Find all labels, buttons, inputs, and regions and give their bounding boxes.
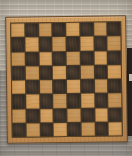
- square-h6: [108, 51, 121, 64]
- square-e8: [66, 23, 79, 36]
- square-h8: [107, 22, 120, 35]
- square-d3: [53, 94, 66, 107]
- square-b4: [26, 80, 39, 93]
- board-grid: [10, 21, 123, 138]
- square-f1: [81, 122, 94, 135]
- square-g6: [94, 51, 107, 64]
- square-b3: [26, 95, 39, 108]
- square-c6: [39, 52, 52, 65]
- square-g2: [95, 108, 108, 121]
- square-a2: [12, 109, 25, 122]
- square-e7: [66, 37, 79, 50]
- square-h2: [109, 108, 122, 121]
- square-d2: [54, 109, 67, 122]
- square-d7: [53, 37, 66, 50]
- square-g8: [94, 22, 107, 35]
- square-b2: [26, 109, 39, 122]
- square-f5: [81, 65, 94, 78]
- square-a8: [11, 24, 24, 37]
- square-e5: [67, 66, 80, 79]
- square-c1: [40, 123, 53, 136]
- square-d4: [53, 80, 66, 93]
- background-object-highlight: [129, 74, 132, 81]
- square-g1: [95, 122, 108, 135]
- checkers-board: [5, 15, 128, 144]
- square-b1: [26, 123, 39, 136]
- square-e4: [67, 80, 80, 93]
- square-c5: [39, 66, 52, 79]
- square-b8: [25, 23, 38, 36]
- square-c7: [39, 37, 52, 50]
- square-a7: [11, 38, 24, 51]
- square-f7: [80, 37, 93, 50]
- square-h3: [108, 93, 121, 106]
- square-f4: [81, 80, 94, 93]
- square-h7: [108, 36, 121, 49]
- square-b5: [26, 66, 39, 79]
- square-a6: [12, 52, 25, 65]
- square-f2: [81, 108, 94, 121]
- square-b7: [25, 38, 38, 51]
- square-c4: [40, 80, 53, 93]
- square-h5: [108, 65, 121, 78]
- square-c2: [40, 109, 53, 122]
- square-d1: [54, 123, 67, 136]
- square-f8: [80, 23, 93, 36]
- square-e2: [67, 108, 80, 121]
- photo-scene: [0, 0, 132, 156]
- square-g4: [95, 79, 108, 92]
- square-c8: [39, 23, 52, 36]
- square-d5: [53, 66, 66, 79]
- square-b6: [25, 52, 38, 65]
- square-f6: [80, 51, 93, 64]
- square-g5: [94, 65, 107, 78]
- square-a4: [12, 81, 25, 94]
- square-e1: [68, 123, 81, 136]
- square-d6: [53, 52, 66, 65]
- square-e6: [67, 51, 80, 64]
- square-d8: [52, 23, 65, 36]
- square-a5: [12, 66, 25, 79]
- square-h1: [109, 122, 122, 135]
- square-f3: [81, 94, 94, 107]
- square-a1: [13, 123, 26, 136]
- background-object: [127, 48, 132, 136]
- square-h4: [108, 79, 121, 92]
- square-g7: [94, 37, 107, 50]
- square-c3: [40, 94, 53, 107]
- square-a3: [12, 95, 25, 108]
- square-e3: [67, 94, 80, 107]
- square-g3: [95, 94, 108, 107]
